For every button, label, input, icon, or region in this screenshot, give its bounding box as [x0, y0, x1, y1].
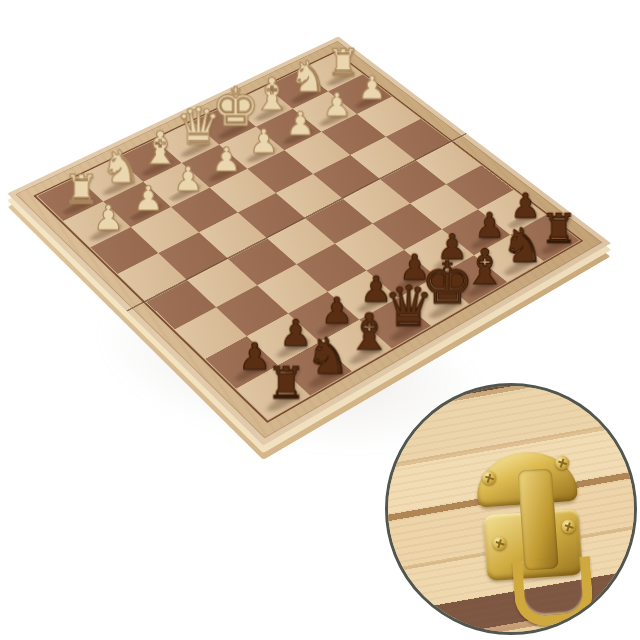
board-scene: ♜♞♝♛♚♝♞♜♟♟♟♟♟♟♟♟♟♟♟♟♟♟♟♟♜♞♝♛♚♝♞♜	[90, 3, 520, 433]
black-bishop: ♝	[346, 307, 391, 358]
brass-latch	[474, 439, 590, 626]
white-rook: ♜	[327, 44, 360, 81]
latch-hook-tongue	[518, 468, 559, 570]
white-pawn: ♟	[357, 71, 386, 103]
black-rook: ♜	[267, 361, 307, 405]
white-pawn: ♟	[133, 181, 163, 215]
white-pawn: ♟	[93, 200, 124, 234]
white-pawn: ♟	[322, 89, 351, 121]
white-pawn: ♟	[249, 124, 278, 157]
white-pawn: ♟	[173, 162, 203, 196]
latch-closeup-inset	[385, 383, 637, 635]
white-pawn: ♟	[286, 106, 315, 139]
latch-pull-loop	[512, 556, 594, 627]
black-knight: ♞	[501, 222, 543, 269]
black-rook: ♜	[540, 208, 576, 249]
board-grid: ♜♞♝♛♚♝♞♜♟♟♟♟♟♟♟♟♟♟♟♟♟♟♟♟♜♞♝♛♚♝♞♜	[37, 53, 579, 419]
black-knight: ♞	[306, 331, 351, 381]
white-pawn: ♟	[211, 143, 241, 176]
